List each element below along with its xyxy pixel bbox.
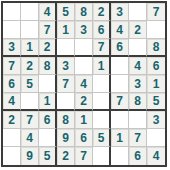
cell-r4c5[interactable] (75, 57, 93, 75)
cell-r1c3: 4 (39, 3, 57, 21)
cell-r8c2: 4 (21, 129, 39, 147)
cell-r8c8: 7 (129, 129, 147, 147)
cell-r3c1: 3 (3, 39, 21, 57)
sudoku-board: 4582377136423127687283146657431412785276… (1, 1, 167, 167)
cell-r9c9: 4 (147, 147, 165, 165)
cell-r2c9[interactable] (147, 21, 165, 39)
cell-r1c6: 2 (93, 3, 111, 21)
cell-r6c9: 5 (147, 93, 165, 111)
cell-r9c2: 9 (21, 147, 39, 165)
cell-r4c3: 8 (39, 57, 57, 75)
cell-r8c4: 9 (57, 129, 75, 147)
sudoku-app: 4582377136423127687283146657431412785276… (0, 0, 170, 170)
cell-r8c1[interactable] (3, 129, 21, 147)
cell-r5c2: 5 (21, 75, 39, 93)
cell-r5c1: 6 (3, 75, 21, 93)
cell-r2c7: 4 (111, 21, 129, 39)
cell-r5c5: 4 (75, 75, 93, 93)
cell-r6c3: 1 (39, 93, 57, 111)
cell-r4c8: 4 (129, 57, 147, 75)
cell-r8c6: 5 (93, 129, 111, 147)
cell-r9c3: 5 (39, 147, 57, 165)
cell-r5c6[interactable] (93, 75, 111, 93)
cell-r6c2[interactable] (21, 93, 39, 111)
cell-r9c6[interactable] (93, 147, 111, 165)
cell-r6c7: 7 (111, 93, 129, 111)
cell-r4c2: 2 (21, 57, 39, 75)
cell-r6c6[interactable] (93, 93, 111, 111)
cell-r2c4: 1 (57, 21, 75, 39)
cell-r1c8[interactable] (129, 3, 147, 21)
cell-r4c4: 3 (57, 57, 75, 75)
cell-r7c5: 1 (75, 111, 93, 129)
cell-r8c5: 6 (75, 129, 93, 147)
cell-r9c5: 7 (75, 147, 93, 165)
cell-r6c1: 4 (3, 93, 21, 111)
cell-r8c3[interactable] (39, 129, 57, 147)
cell-r2c6: 6 (93, 21, 111, 39)
cell-r7c9: 3 (147, 111, 165, 129)
cell-r2c1[interactable] (3, 21, 21, 39)
cell-r3c9: 8 (147, 39, 165, 57)
cell-r3c5[interactable] (75, 39, 93, 57)
cell-r5c4: 7 (57, 75, 75, 93)
cell-r5c3[interactable] (39, 75, 57, 93)
cell-r3c8[interactable] (129, 39, 147, 57)
cell-r7c8[interactable] (129, 111, 147, 129)
cell-r2c5: 3 (75, 21, 93, 39)
cell-r5c7[interactable] (111, 75, 129, 93)
cell-r1c5: 8 (75, 3, 93, 21)
cell-r1c2[interactable] (21, 3, 39, 21)
cell-r1c7: 3 (111, 3, 129, 21)
cell-r7c1: 2 (3, 111, 21, 129)
cell-r9c1[interactable] (3, 147, 21, 165)
cell-r7c2: 7 (21, 111, 39, 129)
cell-r2c8: 2 (129, 21, 147, 39)
cell-r6c5: 2 (75, 93, 93, 111)
cell-r1c1[interactable] (3, 3, 21, 21)
cell-r6c8: 8 (129, 93, 147, 111)
cell-r7c7[interactable] (111, 111, 129, 129)
cell-r7c3: 6 (39, 111, 57, 129)
cell-r7c6[interactable] (93, 111, 111, 129)
cell-r3c7: 6 (111, 39, 129, 57)
cell-r9c7[interactable] (111, 147, 129, 165)
cell-r1c9: 7 (147, 3, 165, 21)
cell-r4c7[interactable] (111, 57, 129, 75)
cell-r1c4: 5 (57, 3, 75, 21)
cell-r9c8: 6 (129, 147, 147, 165)
cell-r7c4: 8 (57, 111, 75, 129)
cell-r3c2: 1 (21, 39, 39, 57)
cell-r4c1: 7 (3, 57, 21, 75)
cell-r2c3: 7 (39, 21, 57, 39)
cell-r8c7: 1 (111, 129, 129, 147)
cell-r8c9[interactable] (147, 129, 165, 147)
cell-r2c2[interactable] (21, 21, 39, 39)
cell-r5c8: 3 (129, 75, 147, 93)
cell-r9c4: 2 (57, 147, 75, 165)
cell-r4c9: 6 (147, 57, 165, 75)
cell-r3c4[interactable] (57, 39, 75, 57)
cell-r3c3: 2 (39, 39, 57, 57)
cell-r5c9: 1 (147, 75, 165, 93)
cell-r6c4[interactable] (57, 93, 75, 111)
cell-r3c6: 7 (93, 39, 111, 57)
cell-r4c6: 1 (93, 57, 111, 75)
